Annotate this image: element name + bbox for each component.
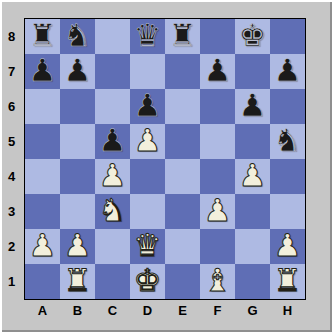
- piece-white-pawn-a2: ♟: [29, 229, 57, 263]
- square-f5[interactable]: [200, 124, 235, 159]
- chess-board: ♜♞♛♜♚♟♟♟♟♟♟♟♟♞♟♟♞♟♟♟♛♟♜♚♝♜: [24, 18, 306, 300]
- square-g8[interactable]: ♚: [235, 19, 270, 54]
- square-d3[interactable]: [130, 194, 165, 229]
- square-b1[interactable]: ♜: [60, 264, 95, 299]
- rank-label-4: 4: [0, 159, 23, 194]
- square-c3[interactable]: ♞: [95, 194, 130, 229]
- rank-label-5: 5: [0, 124, 23, 159]
- square-e4[interactable]: [165, 159, 200, 194]
- rank-label-7: 7: [0, 54, 23, 89]
- square-e6[interactable]: [165, 89, 200, 124]
- piece-black-pawn-h7: ♟: [274, 54, 302, 88]
- piece-white-queen-d2: ♛: [134, 229, 162, 263]
- square-g5[interactable]: [235, 124, 270, 159]
- piece-black-pawn-a7: ♟: [29, 54, 57, 88]
- square-a2[interactable]: ♟: [25, 229, 60, 264]
- file-label-C: C: [95, 299, 130, 321]
- square-b8[interactable]: ♞: [60, 19, 95, 54]
- piece-white-pawn-f3: ♟: [204, 194, 232, 228]
- square-h7[interactable]: ♟: [270, 54, 305, 89]
- square-h6[interactable]: [270, 89, 305, 124]
- square-c5[interactable]: ♟: [95, 124, 130, 159]
- square-a4[interactable]: [25, 159, 60, 194]
- piece-black-pawn-b7: ♟: [64, 54, 92, 88]
- piece-black-knight-h5: ♞: [274, 124, 302, 158]
- square-f4[interactable]: [200, 159, 235, 194]
- piece-white-rook-b1: ♜: [64, 264, 92, 298]
- square-a3[interactable]: [25, 194, 60, 229]
- square-c4[interactable]: ♟: [95, 159, 130, 194]
- square-b3[interactable]: [60, 194, 95, 229]
- file-labels: ABCDEFGH: [25, 299, 305, 321]
- square-g7[interactable]: [235, 54, 270, 89]
- square-d2[interactable]: ♛: [130, 229, 165, 264]
- rank-label-2: 2: [0, 229, 23, 264]
- square-d6[interactable]: ♟: [130, 89, 165, 124]
- piece-black-pawn-c5: ♟: [99, 124, 127, 158]
- piece-white-pawn-d5: ♟: [134, 124, 162, 158]
- square-f7[interactable]: ♟: [200, 54, 235, 89]
- square-b6[interactable]: [60, 89, 95, 124]
- piece-black-queen-d8: ♛: [134, 19, 162, 53]
- square-d1[interactable]: ♚: [130, 264, 165, 299]
- square-h4[interactable]: [270, 159, 305, 194]
- square-d7[interactable]: [130, 54, 165, 89]
- square-g3[interactable]: [235, 194, 270, 229]
- piece-black-king-g8: ♚: [239, 19, 267, 53]
- square-c1[interactable]: [95, 264, 130, 299]
- piece-black-rook-a8: ♜: [29, 19, 57, 53]
- square-f6[interactable]: [200, 89, 235, 124]
- square-f1[interactable]: ♝: [200, 264, 235, 299]
- square-h3[interactable]: [270, 194, 305, 229]
- square-c7[interactable]: [95, 54, 130, 89]
- rank-label-1: 1: [0, 264, 23, 299]
- square-c8[interactable]: [95, 19, 130, 54]
- square-a7[interactable]: ♟: [25, 54, 60, 89]
- file-label-G: G: [235, 299, 270, 321]
- file-label-B: B: [60, 299, 95, 321]
- square-f8[interactable]: [200, 19, 235, 54]
- file-label-E: E: [165, 299, 200, 321]
- square-a1[interactable]: [25, 264, 60, 299]
- square-b4[interactable]: [60, 159, 95, 194]
- file-label-F: F: [200, 299, 235, 321]
- piece-black-rook-e8: ♜: [169, 19, 197, 53]
- square-g2[interactable]: [235, 229, 270, 264]
- board-frame: 87654321 ♜♞♛♜♚♟♟♟♟♟♟♟♟♞♟♟♞♟♟♟♛♟♜♚♝♜ ABCD…: [0, 0, 332, 332]
- piece-black-pawn-g6: ♟: [239, 89, 267, 123]
- square-d4[interactable]: [130, 159, 165, 194]
- square-a5[interactable]: [25, 124, 60, 159]
- piece-black-knight-b8: ♞: [64, 19, 92, 53]
- piece-black-pawn-d6: ♟: [134, 89, 162, 123]
- piece-white-knight-c3: ♞: [99, 194, 127, 228]
- square-d5[interactable]: ♟: [130, 124, 165, 159]
- piece-white-pawn-g4: ♟: [239, 159, 267, 193]
- file-label-D: D: [130, 299, 165, 321]
- square-b7[interactable]: ♟: [60, 54, 95, 89]
- square-e2[interactable]: [165, 229, 200, 264]
- square-h8[interactable]: [270, 19, 305, 54]
- rank-label-3: 3: [0, 194, 23, 229]
- square-h2[interactable]: ♟: [270, 229, 305, 264]
- piece-white-king-d1: ♚: [134, 264, 162, 298]
- piece-black-pawn-f7: ♟: [204, 54, 232, 88]
- rank-labels: 87654321: [0, 19, 23, 299]
- square-g6[interactable]: ♟: [235, 89, 270, 124]
- file-label-A: A: [25, 299, 60, 321]
- piece-white-pawn-b2: ♟: [64, 229, 92, 263]
- square-g4[interactable]: ♟: [235, 159, 270, 194]
- piece-white-pawn-c4: ♟: [99, 159, 127, 193]
- square-e1[interactable]: [165, 264, 200, 299]
- square-c6[interactable]: [95, 89, 130, 124]
- square-e3[interactable]: [165, 194, 200, 229]
- square-b2[interactable]: ♟: [60, 229, 95, 264]
- file-label-H: H: [270, 299, 305, 321]
- square-c2[interactable]: [95, 229, 130, 264]
- square-f3[interactable]: ♟: [200, 194, 235, 229]
- square-a6[interactable]: [25, 89, 60, 124]
- square-e5[interactable]: [165, 124, 200, 159]
- rank-label-6: 6: [0, 89, 23, 124]
- square-e7[interactable]: [165, 54, 200, 89]
- square-g1[interactable]: [235, 264, 270, 299]
- square-h1[interactable]: ♜: [270, 264, 305, 299]
- square-h5[interactable]: ♞: [270, 124, 305, 159]
- square-a8[interactable]: ♜: [25, 19, 60, 54]
- rank-label-8: 8: [0, 19, 23, 54]
- square-b5[interactable]: [60, 124, 95, 159]
- piece-white-bishop-f1: ♝: [204, 264, 232, 298]
- square-f2[interactable]: [200, 229, 235, 264]
- square-d8[interactable]: ♛: [130, 19, 165, 54]
- piece-white-pawn-h2: ♟: [274, 229, 302, 263]
- square-e8[interactable]: ♜: [165, 19, 200, 54]
- piece-white-rook-h1: ♜: [274, 264, 302, 298]
